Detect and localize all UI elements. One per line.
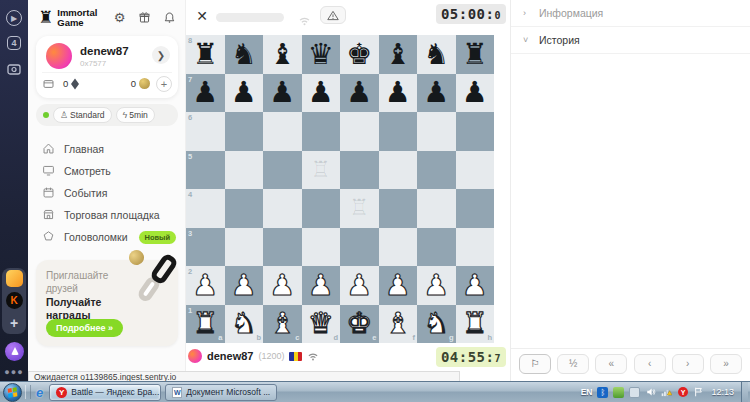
promo-line1: Приглашайте друзей	[46, 270, 116, 295]
screen: ▶ 4 K + ●●● ♜ Immortal Game ⚙	[0, 0, 750, 402]
square-e4[interactable]: ♖	[340, 189, 379, 228]
piece-black-b[interactable]: ♝	[269, 40, 295, 69]
square-h8[interactable]: ♜	[456, 35, 495, 74]
wallet-card-icon	[42, 78, 55, 90]
square-c5[interactable]	[263, 151, 302, 190]
market-icon	[42, 208, 55, 223]
square-h3[interactable]	[456, 228, 495, 267]
game-controls-bar: ⚐½«‹›»	[511, 348, 750, 378]
sidebar-item-label: События	[64, 187, 107, 199]
piece-black-p[interactable]: ♟	[462, 78, 488, 107]
square-a5[interactable]: 5	[186, 151, 225, 190]
piece-black-k[interactable]: ♚	[346, 40, 372, 69]
sidebar-item-label: Главная	[64, 143, 104, 155]
square-d6[interactable]	[302, 112, 341, 151]
square-e1[interactable]: e♚	[340, 305, 379, 344]
time-control-pill[interactable]: ϟ5min	[116, 107, 155, 123]
sidebar-item-label: Смотреть	[64, 165, 111, 177]
internet-explorer-icon[interactable]: e	[36, 385, 43, 400]
ethereum-icon	[71, 78, 79, 90]
report-warning-button[interactable]	[320, 6, 346, 24]
sidebar-item-label: Головоломки	[64, 231, 128, 243]
square-d2[interactable]: ♟	[302, 266, 341, 305]
square-f7[interactable]: ♟	[379, 74, 418, 113]
square-a4[interactable]: 4	[186, 189, 225, 228]
promo-coin-icon	[127, 248, 145, 266]
square-e6[interactable]	[340, 112, 379, 151]
board-watermark-icon: ♖	[311, 157, 331, 183]
rank-label: 8	[188, 36, 192, 45]
wallet-row: 0 0 +	[42, 72, 172, 94]
square-f5[interactable]	[379, 151, 418, 190]
square-b2[interactable]: ♟	[225, 266, 264, 305]
piece-white-p[interactable]: ♟	[269, 271, 295, 300]
section-history-label: История	[539, 34, 580, 46]
sidebar-item-label: Торговая площадка	[64, 209, 160, 221]
logo-rook-icon: ♜	[38, 9, 53, 26]
square-d1[interactable]: d♛	[302, 305, 341, 344]
lightning-icon: ϟ	[123, 110, 128, 120]
window-title: Документ Microsoft ...	[186, 387, 270, 397]
tray-app-icon[interactable]	[629, 387, 640, 398]
file-label: f	[413, 333, 416, 342]
square-e7[interactable]: ♟	[340, 74, 379, 113]
square-a2[interactable]: 2♟	[186, 266, 225, 305]
square-f6[interactable]	[379, 112, 418, 151]
draw-offer-button[interactable]: ½	[557, 354, 589, 374]
section-information-label: Информация	[539, 7, 603, 19]
events-icon	[42, 186, 55, 201]
square-g6[interactable]	[417, 112, 456, 151]
square-h6[interactable]	[456, 112, 495, 151]
square-f1[interactable]: f♝	[379, 305, 418, 344]
taskbar-grip	[25, 385, 31, 399]
square-c8[interactable]: ♝	[263, 35, 302, 74]
square-h1[interactable]: h♜	[456, 305, 495, 344]
chess-board: 8♜♞♝♛♚♝♞♜7♟♟♟♟♟♟♟♟65♖4♖32♟♟♟♟♟♟♟♟1a♜b♞c♝…	[186, 35, 494, 343]
country-flag-icon	[289, 352, 302, 361]
yandex-browser-icon: Y	[56, 387, 67, 398]
volume-icon[interactable]	[645, 387, 656, 398]
gift-icon[interactable]	[137, 10, 152, 25]
rank-label: 4	[188, 190, 192, 199]
taskbar-window-yandex[interactable]: YBattle — Яндекс Бра...	[49, 384, 161, 401]
square-b8[interactable]: ♞	[225, 35, 264, 74]
opponent-name-skeleton	[216, 13, 284, 22]
square-a7[interactable]: 7♟	[186, 74, 225, 113]
square-c6[interactable]	[263, 112, 302, 151]
player-name: denew87	[207, 350, 253, 362]
rank-label: 3	[188, 229, 192, 238]
chevron-down-icon: ˅	[523, 35, 531, 45]
piece-black-r[interactable]: ♜	[192, 40, 218, 69]
piece-black-p[interactable]: ♟	[385, 78, 411, 107]
tab-counter[interactable]: 4	[7, 36, 21, 50]
mode-type-label: Standard	[70, 110, 105, 120]
gold-coin-icon	[139, 78, 150, 89]
square-f3[interactable]	[379, 228, 418, 267]
square-h4[interactable]	[456, 189, 495, 228]
add-funds-button[interactable]: +	[156, 76, 172, 92]
next-move-button[interactable]: ›	[672, 354, 704, 374]
bottom-player-row: denew87 (1200)	[188, 349, 319, 363]
piece-black-p[interactable]: ♟	[231, 78, 257, 107]
section-information[interactable]: › Информация	[511, 0, 750, 27]
piece-white-p[interactable]: ♟	[346, 271, 372, 300]
bluetooth-icon[interactable]: ᛒ	[597, 387, 608, 398]
piece-white-n[interactable]: ♞	[423, 309, 449, 338]
eth-balance: 0	[63, 78, 68, 89]
square-f8[interactable]: ♝	[379, 35, 418, 74]
language-indicator[interactable]: EN	[581, 387, 593, 397]
sidebar-item-market[interactable]: Торговая площадка	[42, 204, 182, 226]
player-avatar	[188, 349, 202, 363]
new-badge: Новый	[139, 231, 177, 244]
online-status-dot	[43, 112, 49, 118]
system-tray: EN ᛒ Y 12:13	[581, 382, 750, 402]
square-c1[interactable]: c♝	[263, 305, 302, 344]
browser-status-bar: Ожидается o1139865.ingest.sentry.io	[28, 371, 460, 381]
invite-promo-card[interactable]: Приглашайте друзей Получайте награды Под…	[36, 260, 178, 346]
show-desktop-button[interactable]	[741, 382, 748, 402]
piece-white-n[interactable]: ♞	[231, 309, 257, 338]
piece-white-r[interactable]: ♜	[192, 309, 218, 338]
piece-black-p[interactable]: ♟	[308, 78, 334, 107]
sidebar-menu: ГлавнаяСмотретьСобытияТорговая площадкаГ…	[42, 138, 182, 248]
square-h7[interactable]: ♟	[456, 74, 495, 113]
piece-white-b[interactable]: ♝	[269, 309, 295, 338]
square-e5[interactable]	[340, 151, 379, 190]
windows-taskbar: e YBattle — Яндекс Бра...WДокумент Micro…	[0, 381, 750, 402]
alice-assistant-icon[interactable]	[5, 342, 24, 361]
rank-label: 7	[188, 75, 192, 84]
window-title: Battle — Яндекс Бра...	[71, 387, 159, 397]
app-sidebar: ♜ Immortal Game ⚙ denew87 0x7577 ❯	[28, 0, 186, 381]
piece-white-k[interactable]: ♚	[346, 309, 372, 338]
piece-white-p[interactable]: ♟	[423, 271, 449, 300]
close-icon[interactable]: ✕	[192, 6, 212, 26]
piece-black-n[interactable]: ♞	[423, 40, 449, 69]
opponent-clock: 05:00:0	[436, 4, 506, 24]
file-label: d	[333, 333, 338, 342]
more-options-icon[interactable]: ●●●	[4, 367, 23, 377]
square-b4[interactable]	[225, 189, 264, 228]
board-watermark-icon: ♖	[349, 195, 369, 221]
square-e2[interactable]: ♟	[340, 266, 379, 305]
brand-line2: Game	[57, 17, 83, 28]
sidebar-item-home[interactable]: Главная	[42, 138, 182, 160]
windows-flag-icon	[8, 387, 18, 398]
sidebar-item-watch[interactable]: Смотреть	[42, 160, 182, 182]
piece-white-p[interactable]: ♟	[231, 271, 257, 300]
connection-wifi-icon	[298, 12, 311, 30]
piece-black-b[interactable]: ♝	[385, 40, 411, 69]
status-text: Ожидается o1139865.ingest.sentry.io	[29, 372, 176, 382]
square-h5[interactable]	[456, 151, 495, 190]
piece-white-p[interactable]: ♟	[462, 271, 488, 300]
sidebar-item-events[interactable]: События	[42, 182, 182, 204]
piece-black-p[interactable]: ♟	[192, 78, 218, 107]
game-mode-row: ♙Standard ϟ5min	[36, 104, 178, 126]
prev-move-button[interactable]: ‹	[634, 354, 666, 374]
piece-black-r[interactable]: ♜	[462, 40, 488, 69]
file-label: a	[218, 333, 222, 342]
file-label: g	[449, 333, 454, 342]
piece-black-p[interactable]: ♟	[269, 78, 295, 107]
square-c3[interactable]	[263, 228, 302, 267]
promo-line2: Получайте награды	[46, 296, 124, 321]
square-d8[interactable]: ♛	[302, 35, 341, 74]
yandex-games-icon[interactable]	[6, 270, 23, 287]
square-a6[interactable]: 6	[186, 112, 225, 151]
piece-white-p[interactable]: ♟	[308, 271, 334, 300]
play-icon[interactable]: ▶	[6, 10, 22, 26]
square-g1[interactable]: g♞	[417, 305, 456, 344]
opponent-row: ✕ 05:00:0	[190, 4, 506, 30]
time-control-label: 5min	[129, 110, 147, 120]
home-icon	[42, 142, 55, 157]
square-g3[interactable]	[417, 228, 456, 267]
piece-black-p[interactable]: ♟	[346, 78, 372, 107]
notifications-bell-icon[interactable]	[162, 10, 177, 25]
file-label: c	[295, 333, 299, 342]
piece-white-p[interactable]: ♟	[385, 271, 411, 300]
square-b7[interactable]: ♟	[225, 74, 264, 113]
square-b3[interactable]	[225, 228, 264, 267]
piece-black-n[interactable]: ♞	[231, 40, 257, 69]
square-d7[interactable]: ♟	[302, 74, 341, 113]
pawn-icon: ♙	[60, 110, 68, 120]
rank-label: 5	[188, 152, 192, 161]
first-move-button[interactable]: «	[595, 354, 627, 374]
piece-white-p[interactable]: ♟	[192, 271, 218, 300]
file-label: e	[372, 333, 376, 342]
square-f2[interactable]: ♟	[379, 266, 418, 305]
watch-icon	[42, 164, 55, 179]
piece-black-q[interactable]: ♛	[308, 40, 334, 69]
taskbar-window-word[interactable]: WДокумент Microsoft ...	[165, 384, 277, 401]
rank-label: 2	[188, 267, 192, 276]
square-c7[interactable]: ♟	[263, 74, 302, 113]
player-clock: 04:55:7	[436, 347, 506, 367]
action-center-flag-icon[interactable]	[693, 387, 704, 398]
immortal-game-page: ♜ Immortal Game ⚙ denew87 0x7577 ❯	[28, 0, 750, 381]
user-name: denew87	[80, 45, 129, 57]
square-e8[interactable]: ♚	[340, 35, 379, 74]
settings-gear-icon[interactable]: ⚙	[112, 10, 127, 25]
network-warning-icon[interactable]	[661, 387, 672, 398]
board-column: ✕ 05:00:0 8♜♞♝♛♚♝♞♜7♟♟♟♟♟♟♟♟65♖4♖32♟♟♟♟♟…	[186, 0, 510, 381]
piece-black-p[interactable]: ♟	[423, 78, 449, 107]
square-c2[interactable]: ♟	[263, 266, 302, 305]
resign-button[interactable]: ⚐	[519, 354, 551, 374]
file-label: b	[256, 333, 261, 342]
chevron-right-icon: ›	[523, 8, 531, 18]
square-c4[interactable]	[263, 189, 302, 228]
start-button[interactable]	[3, 383, 22, 402]
sidebar-item-puzzles[interactable]: ГоловоломкиНовый	[42, 226, 182, 248]
task-buttons: YBattle — Яндекс Бра...WДокумент Microso…	[49, 384, 281, 401]
section-history[interactable]: ˅ История	[511, 27, 750, 54]
immortal-game-logo[interactable]: ♜ Immortal Game	[38, 8, 97, 28]
user-wallet-address: 0x7577	[80, 59, 106, 68]
square-a8[interactable]: 8♜	[186, 35, 225, 74]
add-app-icon[interactable]: +	[6, 314, 23, 331]
square-a1[interactable]: 1a♜	[186, 305, 225, 344]
square-h2[interactable]: ♟	[456, 266, 495, 305]
square-b5[interactable]	[225, 151, 264, 190]
puzzles-icon	[42, 230, 55, 245]
square-g2[interactable]: ♟	[417, 266, 456, 305]
piece-white-r[interactable]: ♜	[462, 309, 488, 338]
player-rating: (1200)	[258, 351, 284, 361]
tray-green-icon[interactable]	[613, 387, 624, 398]
piece-white-b[interactable]: ♝	[385, 309, 411, 338]
piece-white-q[interactable]: ♛	[308, 309, 334, 338]
kinopoisk-icon[interactable]: K	[6, 292, 23, 309]
square-d4[interactable]	[302, 189, 341, 228]
rank-label: 6	[188, 113, 192, 122]
chevron-right-icon[interactable]: ❯	[152, 46, 170, 64]
square-g8[interactable]: ♞	[417, 35, 456, 74]
rank-label: 1	[188, 306, 192, 315]
square-e3[interactable]	[340, 228, 379, 267]
square-f4[interactable]	[379, 189, 418, 228]
square-d5[interactable]: ♖	[302, 151, 341, 190]
file-label: h	[487, 333, 492, 342]
word-document-icon: W	[172, 387, 182, 398]
taskbar-clock[interactable]: 12:13	[711, 387, 734, 397]
promo-more-button[interactable]: Подробнее »	[46, 319, 123, 337]
mode-type-pill[interactable]: ♙Standard	[53, 107, 112, 123]
square-b1[interactable]: b♞	[225, 305, 264, 344]
pinned-apps-group: K +	[2, 268, 26, 334]
user-avatar	[46, 43, 72, 69]
user-card[interactable]: denew87 0x7577 ❯ 0 0 +	[36, 36, 178, 98]
coin-balance: 0	[131, 78, 136, 89]
screenshot-icon[interactable]	[5, 60, 23, 78]
square-g4[interactable]	[417, 189, 456, 228]
browser-side-panel: ▶ 4 K + ●●●	[0, 0, 28, 381]
player-wifi-icon	[307, 352, 319, 361]
square-a3[interactable]: 3	[186, 228, 225, 267]
square-d3[interactable]	[302, 228, 341, 267]
square-b6[interactable]	[225, 112, 264, 151]
yandex-tray-icon[interactable]: Y	[677, 387, 688, 398]
square-g5[interactable]	[417, 151, 456, 190]
last-move-button[interactable]: »	[710, 354, 742, 374]
game-info-panel: › Информация ˅ История ⚐½«‹›»	[510, 0, 750, 381]
square-g7[interactable]: ♟	[417, 74, 456, 113]
